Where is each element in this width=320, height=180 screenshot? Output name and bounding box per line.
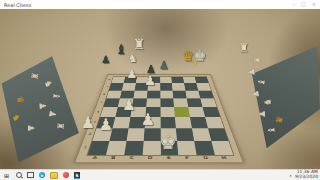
square-e6[interactable] bbox=[160, 90, 173, 98]
taskbar-icons: ⊞e♞ bbox=[3, 172, 289, 179]
piece-black-pawn-e6[interactable]: ♟ bbox=[159, 60, 169, 71]
captured-piece-right_tray-2: ♝ bbox=[257, 77, 267, 87]
piece-black-bishop-b7[interactable]: ♝ bbox=[115, 43, 127, 56]
square-e4[interactable] bbox=[160, 107, 175, 117]
square-e5[interactable] bbox=[160, 98, 174, 107]
game-scene: ABCDEFGH 12345678 ♜♝♟♞♟♟♛♚♟♟♟♟♟♟♚♜▾ ♜♞♛♝… bbox=[0, 9, 320, 170]
piece-white-pawn-c5[interactable]: ♟ bbox=[127, 68, 138, 80]
search-lens-shape bbox=[16, 172, 22, 178]
file-label-h: H bbox=[214, 155, 234, 162]
square-h5[interactable] bbox=[200, 98, 216, 107]
captured-piece-right_tray-0: ♜ bbox=[253, 56, 263, 65]
captured-piece-left_tray-3: ♝ bbox=[51, 92, 61, 101]
taskbar-appred-icon[interactable] bbox=[63, 172, 69, 178]
captured-piece-right_tray-1: ♟ bbox=[247, 68, 257, 77]
taskbar-taskview-icon[interactable] bbox=[27, 172, 34, 178]
taskbar: ⊞e♞ ∧ 11:36 AM 9/23/2020 bbox=[0, 169, 320, 180]
file-label-a: A bbox=[84, 155, 104, 162]
square-h7[interactable] bbox=[196, 83, 211, 90]
captured-piece-left_tray-2: ♛ bbox=[15, 95, 25, 105]
square-h2[interactable] bbox=[208, 128, 228, 141]
file-label-c: C bbox=[122, 155, 141, 162]
piece-white-pawn-d4[interactable]: ♟ bbox=[144, 74, 156, 87]
file-labels: ABCDEFGH bbox=[84, 155, 234, 162]
square-d5[interactable] bbox=[146, 98, 160, 107]
captured-piece-right_tray-5: ♟ bbox=[258, 110, 267, 118]
square-e3[interactable] bbox=[160, 117, 176, 128]
square-h1[interactable] bbox=[211, 141, 233, 155]
captured-piece-left_tray-8: ♜ bbox=[55, 122, 65, 131]
piece-white-pawn-d2[interactable]: ♟ bbox=[141, 112, 155, 128]
piece-white-knight-c6[interactable]: ♞ bbox=[128, 53, 138, 64]
piece-black-pawn-a6[interactable]: ♟ bbox=[102, 55, 111, 65]
close-button[interactable]: × bbox=[312, 0, 316, 9]
square-c2[interactable] bbox=[126, 128, 144, 141]
square-h6[interactable] bbox=[198, 90, 213, 98]
move-indicator-icon: ▾ bbox=[193, 59, 197, 67]
taskbar-start-icon[interactable]: ⊞ bbox=[3, 172, 10, 179]
file-label-g: G bbox=[196, 155, 216, 162]
piece-white-king-e1[interactable]: ♚ bbox=[159, 133, 176, 152]
piece-white-pawn-a2[interactable]: ♟ bbox=[81, 115, 95, 131]
square-h4[interactable] bbox=[203, 107, 221, 117]
captured-piece-left_tray-0: ♜ bbox=[29, 71, 39, 81]
square-e7[interactable] bbox=[160, 83, 173, 90]
file-label-d: D bbox=[141, 155, 160, 162]
piece-white-rook-c8[interactable]: ♜ bbox=[133, 37, 146, 51]
captured-piece-left_tray-7: ♟ bbox=[26, 124, 35, 132]
taskbar-clock[interactable]: 11:36 AM 9/23/2020 bbox=[295, 170, 318, 179]
clock-date: 9/23/2020 bbox=[295, 175, 318, 180]
piece-white-rook-tray-right-corner[interactable]: ♜ bbox=[239, 42, 250, 54]
captured-piece-left_tray-4: ♟ bbox=[37, 102, 47, 111]
captured-piece-right_tray-4: ♞ bbox=[263, 98, 273, 107]
captured-piece-right_tray-3: ♟ bbox=[251, 89, 261, 99]
square-h3[interactable] bbox=[205, 117, 224, 128]
square-d2[interactable] bbox=[143, 128, 160, 141]
maximize-button[interactable]: □ bbox=[301, 0, 306, 9]
file-label-f: F bbox=[178, 155, 197, 162]
square-d1[interactable] bbox=[142, 141, 160, 155]
piece-white-pawn-c3[interactable]: ♟ bbox=[122, 98, 135, 113]
captured-piece-left_tray-5: ♟ bbox=[47, 109, 57, 119]
title-bar: Real Chess – □ × bbox=[0, 0, 320, 9]
window-title: Real Chess bbox=[4, 2, 293, 8]
piece-white-pawn-b2[interactable]: ♟ bbox=[99, 117, 113, 133]
square-d6[interactable] bbox=[147, 90, 160, 98]
taskbar-edge-icon[interactable]: e bbox=[39, 172, 45, 178]
taskbar-explorer-icon[interactable] bbox=[50, 172, 58, 179]
file-label-b: B bbox=[103, 155, 123, 162]
tray-chevron-icon[interactable]: ∧ bbox=[289, 173, 292, 178]
taskbar-appchess-icon[interactable]: ♞ bbox=[74, 172, 80, 179]
app-window: Real Chess – □ × ABCDEFGH 12345678 ♜♝♟♞♟… bbox=[0, 0, 320, 180]
minimize-button[interactable]: – bbox=[293, 0, 296, 9]
taskbar-search-icon[interactable] bbox=[15, 172, 22, 179]
square-c1[interactable] bbox=[124, 141, 143, 155]
captured-piece-right_tray-7: ♝ bbox=[267, 126, 277, 135]
file-label-e: E bbox=[159, 155, 178, 162]
